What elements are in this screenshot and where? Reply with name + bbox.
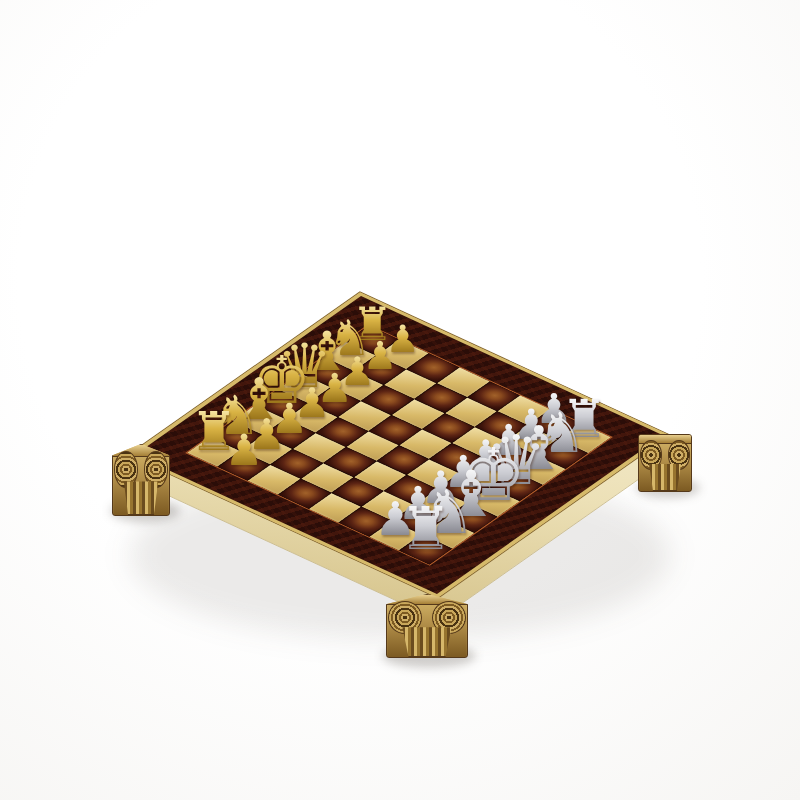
foot-fluting xyxy=(401,627,452,657)
chess-set-photo: ♜♟♞♟♝♟♛♟♚♟♝♟♟♞♜♟♟♜♞♟♟♝♟♛♟♚♟♝♟♞♟♜ xyxy=(0,0,800,800)
board-foot-left xyxy=(112,444,168,514)
board-foot-right xyxy=(638,434,690,490)
foot-fluting xyxy=(123,481,159,515)
board-foot-near xyxy=(386,594,466,656)
foot-fluting xyxy=(648,464,681,491)
